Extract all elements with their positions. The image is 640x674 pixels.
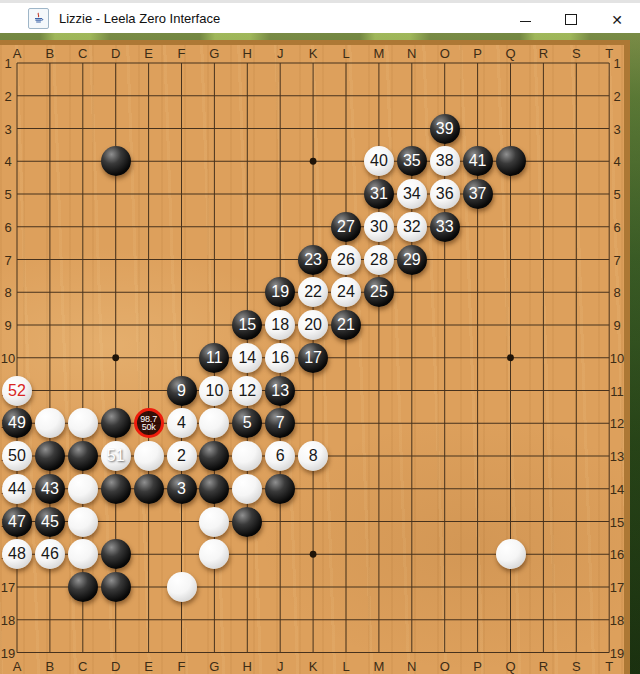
row-label-left: 1 (0, 56, 18, 71)
column-label-bottom: S (566, 659, 586, 674)
stone-white-D13[interactable]: 51 (101, 441, 131, 471)
stone-black-N4[interactable]: 35 (397, 146, 427, 176)
stone-black-O6[interactable]: 33 (430, 212, 460, 242)
stone-black-C13[interactable] (68, 441, 98, 471)
column-label-bottom: A (7, 659, 27, 674)
row-label-right: 7 (607, 252, 627, 267)
column-label-top: L (336, 46, 356, 61)
stone-black-D17[interactable] (101, 572, 131, 602)
column-label-top: H (237, 46, 257, 61)
column-label-bottom: G (204, 659, 224, 674)
row-label-right: 4 (607, 154, 627, 169)
move-number: 41 (469, 152, 487, 170)
row-label-right: 9 (607, 318, 627, 333)
stone-black-B14[interactable]: 43 (35, 474, 65, 504)
stone-black-P4[interactable]: 41 (463, 146, 493, 176)
move-number: 26 (337, 251, 355, 269)
star-point (310, 158, 317, 165)
column-label-bottom: R (533, 659, 553, 674)
row-label-left: 19 (0, 645, 18, 660)
stone-white-M6[interactable]: 30 (364, 212, 394, 242)
stone-black-D14[interactable] (101, 474, 131, 504)
column-label-top: B (40, 46, 60, 61)
move-number: 14 (238, 349, 256, 367)
row-label-left: 7 (0, 252, 18, 267)
row-label-left: 6 (0, 219, 18, 234)
stone-black-A15[interactable]: 47 (2, 507, 32, 537)
stone-black-K7[interactable]: 23 (298, 245, 328, 275)
column-label-bottom: D (106, 659, 126, 674)
move-number: 21 (337, 316, 355, 334)
star-point (112, 354, 119, 361)
stone-black-K10[interactable]: 17 (298, 343, 328, 373)
window-title: Lizzie - Leela Zero Interface (59, 11, 220, 26)
stone-white-F13[interactable]: 2 (167, 441, 197, 471)
move-number: 35 (403, 152, 421, 170)
row-label-right: 6 (607, 219, 627, 234)
row-label-right: 1 (607, 56, 627, 71)
column-label-top: D (106, 46, 126, 61)
move-number: 48 (8, 545, 26, 563)
move-number: 11 (206, 349, 223, 367)
stone-white-Q16[interactable] (496, 539, 526, 569)
move-number: 4 (177, 414, 186, 432)
stone-black-J11[interactable]: 13 (265, 376, 295, 406)
stone-white-K13[interactable]: 8 (298, 441, 328, 471)
column-label-bottom: H (237, 659, 257, 674)
move-number: 8 (309, 447, 318, 465)
move-number: 25 (370, 283, 388, 301)
stone-white-B12[interactable] (35, 408, 65, 438)
move-number: 15 (238, 316, 256, 334)
column-label-bottom: P (468, 659, 488, 674)
move-number: 28 (370, 251, 388, 269)
column-label-top: F (172, 46, 192, 61)
stone-white-B16[interactable]: 46 (35, 539, 65, 569)
stone-white-M7[interactable]: 28 (364, 245, 394, 275)
move-number: 24 (337, 283, 355, 301)
move-number: 40 (370, 152, 388, 170)
move-number: 46 (41, 545, 59, 563)
stone-black-H15[interactable] (232, 507, 262, 537)
stone-black-L9[interactable]: 21 (331, 310, 361, 340)
stone-white-O4[interactable]: 38 (430, 146, 460, 176)
move-number: 27 (337, 218, 355, 236)
move-number: 3 (177, 480, 186, 498)
close-button[interactable]: ✕ (594, 3, 640, 36)
row-label-right: 3 (607, 121, 627, 136)
candidate-visits: 50k (142, 423, 156, 432)
column-label-bottom: N (402, 659, 422, 674)
stone-black-B15[interactable]: 45 (35, 507, 65, 537)
move-number: 32 (403, 218, 421, 236)
move-number: 6 (276, 447, 285, 465)
stone-white-J9[interactable]: 18 (265, 310, 295, 340)
move-number: 30 (370, 218, 388, 236)
column-label-top: P (468, 46, 488, 61)
maximize-icon (565, 14, 577, 25)
move-number: 52 (8, 382, 26, 400)
move-number: 17 (304, 349, 322, 367)
move-number: 18 (271, 316, 289, 334)
column-label-top: G (204, 46, 224, 61)
stone-white-A13[interactable]: 50 (2, 441, 32, 471)
column-label-bottom: Q (501, 659, 521, 674)
stone-white-E13[interactable] (134, 441, 164, 471)
stone-white-L7[interactable]: 26 (331, 245, 361, 275)
stone-black-G14[interactable] (199, 474, 229, 504)
candidate-move-overlay[interactable]: 98.750k (134, 408, 164, 438)
stone-white-F17[interactable] (167, 572, 197, 602)
column-label-top: C (73, 46, 93, 61)
move-number: 49 (8, 414, 26, 432)
move-number: 29 (403, 251, 421, 269)
lizzie-window: { "window": { "title": "Lizzie - Leela Z… (0, 0, 640, 674)
row-label-left: 10 (0, 350, 18, 365)
star-point (507, 354, 514, 361)
row-label-left: 4 (0, 154, 18, 169)
move-number: 20 (304, 316, 322, 334)
stone-white-G15[interactable] (199, 507, 229, 537)
maximize-button[interactable] (548, 3, 594, 36)
column-label-bottom: M (369, 659, 389, 674)
move-number: 33 (436, 218, 454, 236)
stone-black-B13[interactable] (35, 441, 65, 471)
stone-white-A11[interactable]: 52 (2, 376, 32, 406)
stone-black-D16[interactable] (101, 539, 131, 569)
column-label-top: S (566, 46, 586, 61)
column-label-top: E (139, 46, 159, 61)
stone-white-C12[interactable] (68, 408, 98, 438)
row-label-right: 11 (607, 383, 627, 398)
move-number: 16 (271, 349, 289, 367)
move-number: 10 (205, 382, 223, 400)
stone-white-N5[interactable]: 34 (397, 179, 427, 209)
stone-white-C16[interactable] (68, 539, 98, 569)
column-label-bottom: L (336, 659, 356, 674)
stone-black-M8[interactable]: 25 (364, 277, 394, 307)
row-label-left: 2 (0, 88, 18, 103)
column-label-bottom: B (40, 659, 60, 674)
go-board[interactable]: AABBCCDDEEFFGGHHJJKKLLMMNNOOPPQQRRSSTT11… (0, 40, 630, 674)
row-label-left: 3 (0, 121, 18, 136)
move-number: 44 (8, 480, 26, 498)
stone-white-O5[interactable]: 36 (430, 179, 460, 209)
stone-black-F11[interactable]: 9 (167, 376, 197, 406)
column-label-top: N (402, 46, 422, 61)
stone-white-A14[interactable]: 44 (2, 474, 32, 504)
stone-black-J14[interactable] (265, 474, 295, 504)
column-label-bottom: J (270, 659, 290, 674)
stone-black-O3[interactable]: 39 (430, 114, 460, 144)
stone-white-M4[interactable]: 40 (364, 146, 394, 176)
stone-white-H11[interactable]: 12 (232, 376, 262, 406)
stone-black-E14[interactable] (134, 474, 164, 504)
move-number: 51 (107, 447, 125, 465)
move-number: 22 (304, 283, 322, 301)
row-label-right: 5 (607, 187, 627, 202)
move-number: 34 (403, 185, 421, 203)
column-label-bottom: E (139, 659, 159, 674)
go-board-surface[interactable]: AABBCCDDEEFFGGHHJJKKLLMMNNOOPPQQRRSSTT11… (0, 45, 624, 674)
row-label-right: 8 (607, 285, 627, 300)
column-label-top: R (533, 46, 553, 61)
minimize-button[interactable] (502, 3, 548, 36)
stone-white-J13[interactable]: 6 (265, 441, 295, 471)
stone-white-K9[interactable]: 20 (298, 310, 328, 340)
stone-white-J10[interactable]: 16 (265, 343, 295, 373)
move-number: 23 (304, 251, 322, 269)
row-label-right: 15 (607, 514, 627, 529)
row-label-right: 10 (607, 350, 627, 365)
row-label-right: 13 (607, 449, 627, 464)
stone-black-Q4[interactable] (496, 146, 526, 176)
column-label-top: O (435, 46, 455, 61)
move-number: 39 (436, 120, 454, 138)
move-number: 43 (41, 480, 59, 498)
stone-white-C14[interactable] (68, 474, 98, 504)
stone-black-N7[interactable]: 29 (397, 245, 427, 275)
move-number: 50 (8, 447, 26, 465)
stone-black-F14[interactable]: 3 (167, 474, 197, 504)
stone-white-H14[interactable] (232, 474, 262, 504)
column-label-bottom: F (172, 659, 192, 674)
move-number: 2 (177, 447, 186, 465)
stone-white-H10[interactable]: 14 (232, 343, 262, 373)
row-label-left: 5 (0, 187, 18, 202)
stone-black-D12[interactable] (101, 408, 131, 438)
close-icon: ✕ (611, 13, 623, 27)
move-number: 38 (436, 152, 454, 170)
star-point (310, 551, 317, 558)
title-bar: Lizzie - Leela Zero Interface ✕ (0, 0, 640, 33)
column-label-bottom: C (73, 659, 93, 674)
move-number: 47 (8, 513, 26, 531)
row-label-right: 16 (607, 547, 627, 562)
stone-black-M5[interactable]: 31 (364, 179, 394, 209)
stone-black-G10[interactable]: 11 (199, 343, 229, 373)
java-icon (28, 8, 49, 29)
move-number: 31 (370, 185, 388, 203)
stone-white-F12[interactable]: 4 (167, 408, 197, 438)
move-number: 9 (177, 382, 186, 400)
minimize-icon (520, 21, 531, 22)
move-number: 5 (243, 414, 252, 432)
column-label-top: J (270, 46, 290, 61)
stone-black-C17[interactable] (68, 572, 98, 602)
move-number: 13 (271, 382, 289, 400)
move-number: 37 (469, 185, 487, 203)
stone-black-P5[interactable]: 37 (463, 179, 493, 209)
row-label-right: 12 (607, 416, 627, 431)
stone-white-N6[interactable]: 32 (397, 212, 427, 242)
row-label-left: 8 (0, 285, 18, 300)
row-label-right: 17 (607, 580, 627, 595)
move-number: 12 (238, 382, 256, 400)
row-label-right: 2 (607, 88, 627, 103)
column-label-bottom: T (599, 659, 619, 674)
column-label-bottom: K (303, 659, 323, 674)
stone-white-C15[interactable] (68, 507, 98, 537)
stone-black-L6[interactable]: 27 (331, 212, 361, 242)
move-number: 7 (276, 414, 285, 432)
row-label-left: 18 (0, 612, 18, 627)
row-label-right: 14 (607, 481, 627, 496)
column-label-bottom: O (435, 659, 455, 674)
row-label-left: 9 (0, 318, 18, 333)
stone-black-D4[interactable] (101, 146, 131, 176)
row-label-right: 18 (607, 612, 627, 627)
move-number: 19 (271, 283, 289, 301)
stone-white-G11[interactable]: 10 (199, 376, 229, 406)
column-label-top: Q (501, 46, 521, 61)
row-label-right: 19 (607, 645, 627, 660)
move-number: 45 (41, 513, 59, 531)
row-label-left: 17 (0, 580, 18, 595)
move-number: 36 (436, 185, 454, 203)
column-label-top: K (303, 46, 323, 61)
column-label-top: M (369, 46, 389, 61)
